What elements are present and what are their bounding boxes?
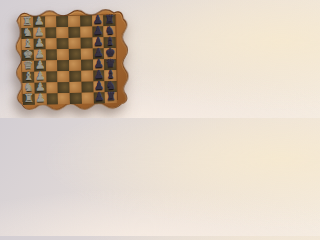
square[interactable] [69,49,81,60]
square[interactable] [45,38,57,49]
square[interactable] [80,27,92,38]
square[interactable] [57,60,69,71]
square[interactable] [81,49,93,60]
square[interactable] [68,16,80,27]
square[interactable] [69,38,81,49]
board-grid[interactable]: ♜♟♟♜♞♟♟♞♝♟♟♝♚♟♟♚♛♟♟♛♝♟♟♝♞♟♟♞♜♟♟♜ [21,15,117,101]
photo-backdrop: { "game": "chess", "scene": { "descripti… [0,0,142,118]
chess-piece-wR[interactable]: ♜ [24,93,34,104]
square[interactable] [46,60,58,71]
chess-piece-bR[interactable]: ♜ [106,91,116,102]
square[interactable] [81,82,93,93]
square[interactable] [58,71,70,82]
chess-piece-bP[interactable]: ♟ [94,91,104,102]
square[interactable] [57,27,69,38]
square[interactable] [81,60,93,71]
square[interactable]: ♜ [23,94,35,105]
square[interactable] [80,16,92,27]
square[interactable]: ♜ [105,92,117,103]
square[interactable] [80,38,92,49]
chess-piece-wP[interactable]: ♟ [35,93,45,104]
square[interactable]: ♟ [34,94,46,105]
chess-board: ♜♟♟♜♞♟♟♞♝♟♟♝♚♟♟♚♛♟♟♛♝♟♟♝♞♟♟♞♜♟♟♜ [10,4,132,112]
square[interactable] [46,82,58,93]
square[interactable] [45,16,57,27]
square[interactable] [69,60,81,71]
square[interactable]: ♟ [93,92,105,103]
square[interactable] [69,71,81,82]
square[interactable] [81,71,93,82]
square[interactable] [46,93,58,104]
square[interactable] [46,71,58,82]
square[interactable] [68,27,80,38]
square[interactable] [56,16,68,27]
square[interactable] [57,38,69,49]
square[interactable] [81,93,93,104]
square[interactable] [58,82,70,93]
square[interactable] [58,93,70,104]
square[interactable] [45,27,57,38]
square[interactable] [70,93,82,104]
square[interactable] [45,49,57,60]
square[interactable] [70,82,82,93]
square[interactable] [57,49,69,60]
